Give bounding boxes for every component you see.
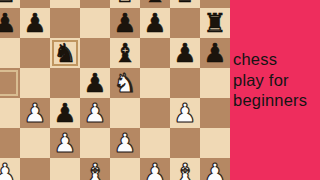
square-g7[interactable]	[170, 8, 200, 38]
square-a2[interactable]: ♟	[0, 158, 20, 180]
square-g2[interactable]: ♝	[170, 158, 200, 180]
black-king: ♚	[173, 0, 196, 6]
square-c4[interactable]: ♟	[50, 98, 80, 128]
square-h3[interactable]	[200, 128, 230, 158]
square-d3[interactable]	[80, 128, 110, 158]
square-b5[interactable]	[20, 68, 50, 98]
black-pawn: ♟	[113, 10, 136, 36]
white-pawn: ♟	[0, 160, 17, 180]
square-g4[interactable]: ♟	[170, 98, 200, 128]
title-panel: chess play for beginners	[230, 0, 320, 180]
square-h7[interactable]: ♜	[200, 8, 230, 38]
square-e7[interactable]: ♟	[110, 8, 140, 38]
square-f7[interactable]: ♟	[140, 8, 170, 38]
square-g3[interactable]	[170, 128, 200, 158]
square-d6[interactable]	[80, 38, 110, 68]
white-pawn: ♟	[53, 130, 76, 156]
square-b4[interactable]: ♟	[20, 98, 50, 128]
square-e2[interactable]	[110, 158, 140, 180]
square-d8[interactable]	[80, 0, 110, 8]
board-grid: ♜♛♝♚♟♟♟♟♜♞♝♟♟♟♞♟♟♟♟♟♟♟♝♟♝♟♜♛♜♚	[0, 0, 230, 180]
square-a7[interactable]: ♟	[0, 8, 20, 38]
white-pawn: ♟	[203, 160, 226, 180]
black-pawn: ♟	[173, 40, 196, 66]
square-d5[interactable]: ♟	[80, 68, 110, 98]
square-e4[interactable]	[110, 98, 140, 128]
square-a3[interactable]	[0, 128, 20, 158]
video-thumbnail: ♜♛♝♚♟♟♟♟♜♞♝♟♟♟♞♟♟♟♟♟♟♟♝♟♝♟♜♛♜♚ chess pla…	[0, 0, 320, 180]
square-f2[interactable]: ♟	[140, 158, 170, 180]
square-e6[interactable]: ♝	[110, 38, 140, 68]
black-knight: ♞	[53, 40, 76, 66]
white-bishop: ♝	[173, 160, 196, 180]
white-pawn: ♟	[143, 160, 166, 180]
title-line-3: beginners	[233, 90, 320, 111]
square-c6[interactable]: ♞	[50, 38, 80, 68]
white-pawn: ♟	[83, 100, 106, 126]
square-f8[interactable]: ♝	[140, 0, 170, 8]
square-b3[interactable]	[20, 128, 50, 158]
white-pawn: ♟	[23, 100, 46, 126]
black-pawn: ♟	[203, 40, 226, 66]
square-g5[interactable]	[170, 68, 200, 98]
black-pawn: ♟	[143, 10, 166, 36]
white-pawn: ♟	[113, 130, 136, 156]
square-c5[interactable]	[50, 68, 80, 98]
white-bishop: ♝	[83, 160, 106, 180]
square-d7[interactable]	[80, 8, 110, 38]
black-pawn: ♟	[23, 10, 46, 36]
square-b2[interactable]	[20, 158, 50, 180]
square-f3[interactable]	[140, 128, 170, 158]
square-g6[interactable]: ♟	[170, 38, 200, 68]
square-e8[interactable]: ♛	[110, 0, 140, 8]
square-a4[interactable]	[0, 98, 20, 128]
square-h4[interactable]	[200, 98, 230, 128]
square-b6[interactable]	[20, 38, 50, 68]
square-e3[interactable]: ♟	[110, 128, 140, 158]
square-c8[interactable]	[50, 0, 80, 8]
black-pawn: ♟	[53, 100, 76, 126]
square-d2[interactable]: ♝	[80, 158, 110, 180]
title-line-1: chess	[233, 49, 320, 70]
square-d4[interactable]: ♟	[80, 98, 110, 128]
square-b7[interactable]: ♟	[20, 8, 50, 38]
square-c3[interactable]: ♟	[50, 128, 80, 158]
white-pawn: ♟	[173, 100, 196, 126]
black-bishop: ♝	[143, 0, 166, 6]
square-h5[interactable]	[200, 68, 230, 98]
square-a5[interactable]	[0, 68, 20, 98]
black-pawn: ♟	[83, 70, 106, 96]
square-h8[interactable]	[200, 0, 230, 8]
white-knight: ♞	[113, 70, 136, 96]
square-e5[interactable]: ♞	[110, 68, 140, 98]
chess-board: ♜♛♝♚♟♟♟♟♜♞♝♟♟♟♞♟♟♟♟♟♟♟♝♟♝♟♜♛♜♚	[0, 0, 230, 180]
black-pawn: ♟	[0, 10, 17, 36]
square-a6[interactable]	[0, 38, 20, 68]
title-line-2: play for	[233, 70, 320, 91]
square-h6[interactable]: ♟	[200, 38, 230, 68]
black-queen: ♛	[113, 0, 136, 6]
black-rook: ♜	[0, 0, 17, 6]
black-bishop: ♝	[113, 40, 136, 66]
square-f4[interactable]	[140, 98, 170, 128]
square-c7[interactable]	[50, 8, 80, 38]
square-b8[interactable]	[20, 0, 50, 8]
black-rook: ♜	[203, 10, 226, 36]
square-g8[interactable]: ♚	[170, 0, 200, 8]
square-f5[interactable]	[140, 68, 170, 98]
square-a8[interactable]: ♜	[0, 0, 20, 8]
video-title: chess play for beginners	[230, 0, 320, 111]
square-f6[interactable]	[140, 38, 170, 68]
square-c2[interactable]	[50, 158, 80, 180]
square-h2[interactable]: ♟	[200, 158, 230, 180]
